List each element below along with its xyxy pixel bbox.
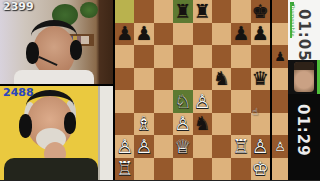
square-d1[interactable] (173, 158, 192, 181)
square-g5[interactable] (231, 68, 250, 91)
black-piece-g7[interactable]: ♟ (232, 24, 249, 43)
square-b7[interactable]: ♟ (134, 23, 153, 46)
square-e8[interactable]: ♜ (193, 0, 212, 23)
player-bottom-shirt (4, 158, 98, 180)
chess-board[interactable]: ♜♜♚♟♟♟♟♞♛♘♙♗♙♞♙♙♕♖♙♖♔ (113, 0, 272, 180)
square-f2[interactable] (212, 135, 231, 158)
square-d5[interactable] (173, 68, 192, 91)
tray-cell-1[interactable] (272, 23, 288, 46)
plant-decor (80, 2, 98, 18)
square-h1[interactable]: ♔ (251, 158, 270, 181)
square-h7[interactable]: ♟ (251, 23, 270, 46)
webcam-player-bottom: 2488 (0, 86, 113, 180)
avatar (294, 62, 314, 92)
square-a4[interactable] (115, 90, 134, 113)
white-piece-a1[interactable]: ♖ (116, 159, 133, 178)
square-h5[interactable]: ♛ (251, 68, 270, 91)
headphone-cup (70, 40, 82, 60)
square-a1[interactable]: ♖ (115, 158, 134, 181)
player-top-shirt (14, 70, 94, 84)
window-frame (98, 86, 113, 180)
rating-bottom: 2488 (3, 86, 34, 99)
white-piece-e4[interactable]: ♙ (194, 92, 211, 111)
square-f6[interactable] (212, 45, 231, 68)
tray-cell-2[interactable]: ♟ (272, 45, 288, 68)
black-piece-f5[interactable]: ♞ (213, 69, 230, 88)
square-g8[interactable] (231, 0, 250, 23)
square-f7[interactable] (212, 23, 231, 46)
square-e4[interactable]: ♙ (193, 90, 212, 113)
square-e2[interactable] (193, 135, 212, 158)
white-piece-d3[interactable]: ♙ (174, 114, 191, 133)
square-g6[interactable] (231, 45, 250, 68)
square-d3[interactable]: ♙ (173, 113, 192, 136)
opponent-clock-card: Thamenabile 01:05 (288, 0, 320, 60)
square-c8[interactable] (154, 0, 173, 23)
black-piece-b7[interactable]: ♟ (136, 24, 153, 43)
white-piece-d4[interactable]: ♘ (174, 92, 191, 111)
tray-cell-5[interactable] (272, 113, 288, 136)
square-h2[interactable]: ♙ (251, 135, 270, 158)
square-f1[interactable] (212, 158, 231, 181)
square-b2[interactable]: ♙ (134, 135, 153, 158)
square-g7[interactable]: ♟ (231, 23, 250, 46)
clock-panel: Thamenabile 01:05 01:29 (288, 0, 320, 180)
square-c5[interactable] (154, 68, 173, 91)
square-e5[interactable] (193, 68, 212, 91)
square-e7[interactable] (193, 23, 212, 46)
square-c1[interactable] (154, 158, 173, 181)
white-piece-g2[interactable]: ♖ (232, 137, 249, 156)
square-a5[interactable] (115, 68, 134, 91)
square-b5[interactable] (134, 68, 153, 91)
square-g2[interactable]: ♖ (231, 135, 250, 158)
white-piece-b2[interactable]: ♙ (136, 137, 153, 156)
hand-cursor-icon: ☝ (252, 106, 258, 117)
black-piece-h7[interactable]: ♟ (252, 24, 269, 43)
square-h6[interactable] (251, 45, 270, 68)
square-c7[interactable] (154, 23, 173, 46)
square-d4[interactable]: ♘ (173, 90, 192, 113)
square-b8[interactable] (134, 0, 153, 23)
square-f3[interactable] (212, 113, 231, 136)
tray-cell-6[interactable]: ♙ (272, 135, 288, 158)
black-piece-h5[interactable]: ♛ (252, 69, 269, 88)
tray-cell-3[interactable] (272, 68, 288, 91)
square-e3[interactable]: ♞ (193, 113, 212, 136)
black-piece-e8[interactable]: ♜ (194, 2, 211, 21)
tray-cell-7[interactable] (272, 158, 288, 181)
square-e6[interactable] (193, 45, 212, 68)
square-b4[interactable] (134, 90, 153, 113)
clock-bottom: 01:29 (294, 104, 312, 150)
headphone-cup (19, 114, 32, 138)
square-b3[interactable]: ♗ (134, 113, 153, 136)
square-g4[interactable] (231, 90, 250, 113)
square-d6[interactable] (173, 45, 192, 68)
black-piece-h8[interactable]: ♚ (252, 2, 269, 21)
square-a7[interactable]: ♟ (115, 23, 134, 46)
white-piece-h1[interactable]: ♔ (252, 159, 269, 178)
square-d2[interactable]: ♕ (173, 135, 192, 158)
square-c3[interactable] (154, 113, 173, 136)
headphone-cup (26, 42, 39, 64)
rating-top: 2399 (3, 0, 34, 13)
piece-tray[interactable]: ♟♙ (272, 0, 288, 180)
clock-top: 01:05 (295, 9, 313, 53)
square-c2[interactable] (154, 135, 173, 158)
square-c6[interactable] (154, 45, 173, 68)
square-a6[interactable] (115, 45, 134, 68)
stream-frame: 2399 2488 ♜♜♚♟♟♟♟♞♛♘♙♗♙♞♙♙♕♖♙♖♔ ☝ ♟♙ Tha… (0, 0, 320, 180)
square-d8[interactable]: ♜ (173, 0, 192, 23)
square-b6[interactable] (134, 45, 153, 68)
tray-cell-4[interactable] (272, 90, 288, 113)
square-d7[interactable] (173, 23, 192, 46)
square-f8[interactable] (212, 0, 231, 23)
tray-cell-0[interactable] (272, 0, 288, 23)
square-g1[interactable] (231, 158, 250, 181)
square-c4[interactable] (154, 90, 173, 113)
white-piece-d2[interactable]: ♕ (174, 137, 191, 156)
headphone-cup (64, 112, 76, 134)
white-piece-a2[interactable]: ♙ (116, 137, 133, 156)
square-f5[interactable]: ♞ (212, 68, 231, 91)
black-piece-a7[interactable]: ♟ (116, 24, 133, 43)
square-a8[interactable] (115, 0, 134, 23)
square-b1[interactable] (134, 158, 153, 181)
white-piece-b3[interactable]: ♗ (136, 114, 153, 133)
white-piece-h2[interactable]: ♙ (252, 137, 269, 156)
square-e1[interactable] (193, 158, 212, 181)
black-piece-d8[interactable]: ♜ (174, 2, 191, 21)
square-f4[interactable] (212, 90, 231, 113)
black-piece-e3[interactable]: ♞ (194, 114, 211, 133)
square-g3[interactable] (231, 113, 250, 136)
square-a2[interactable]: ♙ (115, 135, 134, 158)
square-a3[interactable] (115, 113, 134, 136)
square-h8[interactable]: ♚ (251, 0, 270, 23)
avatar-hair (294, 62, 314, 70)
webcam-player-top: 2399 (0, 0, 113, 84)
avatar-zone (288, 60, 320, 94)
